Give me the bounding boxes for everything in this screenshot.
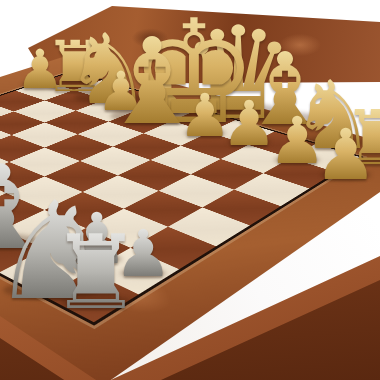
silver-rook-a1[interactable]: ♜ xyxy=(45,222,148,325)
chess-set-photo: ♟♜♞♟♟♛♚♝♝♟♟♞♜♟♟♝♟♟♞♜ xyxy=(0,0,380,380)
gold-pawn-b7[interactable]: ♟ xyxy=(311,120,380,190)
